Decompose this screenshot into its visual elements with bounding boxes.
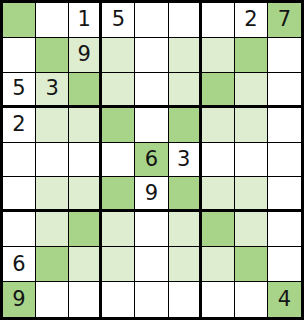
sudoku-cell-r1c9[interactable]: 7 [268,3,301,38]
sudoku-cell-r9c4[interactable] [102,282,135,317]
given-digit: 4 [278,289,291,310]
sudoku-cell-r1c4[interactable]: 5 [102,3,135,38]
sudoku-cell-r5c1[interactable] [3,143,36,178]
sudoku-cell-r4c9[interactable] [268,108,301,143]
given-digit: 1 [78,9,91,30]
sudoku-cell-r7c9[interactable] [268,212,301,247]
sudoku-cell-r9c9[interactable]: 4 [268,282,301,317]
sudoku-cell-r5c7[interactable] [202,143,235,178]
sudoku-cell-r9c5[interactable] [135,282,168,317]
sudoku-cell-r5c5[interactable]: 6 [135,143,168,178]
sudoku-cell-r3c9[interactable] [268,73,301,108]
sudoku-cell-r3c5[interactable] [135,73,168,108]
sudoku-cell-r2c4[interactable] [102,38,135,73]
given-digit: 6 [12,254,25,275]
sudoku-cell-r3c4[interactable] [102,73,135,108]
sudoku-cell-r5c3[interactable] [69,143,102,178]
sudoku-cell-r6c1[interactable] [3,177,36,212]
sudoku-cell-r4c2[interactable] [36,108,69,143]
sudoku-cell-r9c3[interactable] [69,282,102,317]
sudoku-cell-r6c6[interactable] [169,177,202,212]
sudoku-cell-r8c3[interactable] [69,247,102,282]
sudoku-cell-r2c8[interactable] [235,38,268,73]
given-digit: 9 [12,289,25,310]
sudoku-cell-r2c9[interactable] [268,38,301,73]
given-digit: 3 [177,149,190,170]
sudoku-cell-r8c8[interactable] [235,247,268,282]
sudoku-cell-r8c7[interactable] [202,247,235,282]
sudoku-cell-r7c8[interactable] [235,212,268,247]
sudoku-cell-r1c3[interactable]: 1 [69,3,102,38]
sudoku-cell-r7c6[interactable] [169,212,202,247]
given-digit: 9 [145,183,158,204]
given-digit: 2 [244,9,257,30]
sudoku-cell-r4c8[interactable] [235,108,268,143]
sudoku-cell-r4c6[interactable] [169,108,202,143]
sudoku-cell-r8c9[interactable] [268,247,301,282]
sudoku-cell-r1c1[interactable] [3,3,36,38]
sudoku-cell-r3c2[interactable]: 3 [36,73,69,108]
sudoku-cell-r6c2[interactable] [36,177,69,212]
sudoku-cell-r8c2[interactable] [36,247,69,282]
sudoku-cell-r4c5[interactable] [135,108,168,143]
sudoku-cell-r9c1[interactable]: 9 [3,282,36,317]
given-digit: 2 [12,114,25,135]
sudoku-cell-r8c1[interactable]: 6 [3,247,36,282]
sudoku-cell-r7c3[interactable] [69,212,102,247]
sudoku-cell-r9c2[interactable] [36,282,69,317]
sudoku-cell-r4c7[interactable] [202,108,235,143]
sudoku-cell-r8c4[interactable] [102,247,135,282]
sudoku-cell-r2c5[interactable] [135,38,168,73]
sudoku-cell-r6c5[interactable]: 9 [135,177,168,212]
sudoku-cell-r6c4[interactable] [102,177,135,212]
sudoku-cell-r7c4[interactable] [102,212,135,247]
sudoku-cell-r3c6[interactable] [169,73,202,108]
sudoku-cell-r5c2[interactable] [36,143,69,178]
sudoku-cell-r7c1[interactable] [3,212,36,247]
given-digit: 5 [112,9,125,30]
given-digit: 6 [145,149,158,170]
sudoku-cell-r3c3[interactable] [69,73,102,108]
given-digit: 9 [78,44,91,65]
sudoku-cell-r9c8[interactable] [235,282,268,317]
sudoku-cell-r3c7[interactable] [202,73,235,108]
sudoku-cell-r2c2[interactable] [36,38,69,73]
sudoku-cell-r9c7[interactable] [202,282,235,317]
sudoku-cell-r2c3[interactable]: 9 [69,38,102,73]
sudoku-cell-r2c6[interactable] [169,38,202,73]
sudoku-cell-r2c1[interactable] [3,38,36,73]
sudoku-cell-r1c6[interactable] [169,3,202,38]
given-digit: 7 [278,9,291,30]
sudoku-cell-r8c5[interactable] [135,247,168,282]
sudoku-cell-r8c6[interactable] [169,247,202,282]
sudoku-cell-r6c7[interactable] [202,177,235,212]
sudoku-cell-r3c8[interactable] [235,73,268,108]
sudoku-cell-r1c7[interactable] [202,3,235,38]
sudoku-cell-r9c6[interactable] [169,282,202,317]
sudoku-cell-r1c5[interactable] [135,3,168,38]
sudoku-cell-r5c6[interactable]: 3 [169,143,202,178]
sudoku-cell-r7c5[interactable] [135,212,168,247]
sudoku-cell-r3c1[interactable]: 5 [3,73,36,108]
sudoku-cell-r4c1[interactable]: 2 [3,108,36,143]
sudoku-cell-r6c3[interactable] [69,177,102,212]
sudoku-cell-r2c7[interactable] [202,38,235,73]
sudoku-cell-r5c8[interactable] [235,143,268,178]
sudoku-cell-r4c4[interactable] [102,108,135,143]
sudoku-cell-r6c8[interactable] [235,177,268,212]
sudoku-board: 15279532639694 [0,0,304,320]
sudoku-cell-r7c2[interactable] [36,212,69,247]
sudoku-cell-r5c9[interactable] [268,143,301,178]
given-digit: 5 [12,78,25,99]
given-digit: 3 [45,78,58,99]
sudoku-cell-r4c3[interactable] [69,108,102,143]
sudoku-cell-r1c8[interactable]: 2 [235,3,268,38]
sudoku-cell-r7c7[interactable] [202,212,235,247]
sudoku-cell-r6c9[interactable] [268,177,301,212]
sudoku-cell-r5c4[interactable] [102,143,135,178]
sudoku-cell-r1c2[interactable] [36,3,69,38]
